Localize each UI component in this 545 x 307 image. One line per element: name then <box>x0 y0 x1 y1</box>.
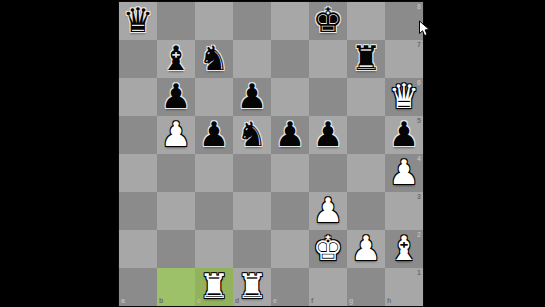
piece-black-knight[interactable]: ♞ <box>237 115 267 153</box>
rank-label-3: 3 <box>417 193 421 201</box>
square-e4[interactable] <box>271 154 309 192</box>
square-e3[interactable] <box>271 192 309 230</box>
square-b6[interactable]: ♟ <box>157 78 195 116</box>
square-g1[interactable]: g <box>347 268 385 306</box>
rank-label-1: 1 <box>417 269 421 277</box>
square-a4[interactable] <box>119 154 157 192</box>
square-d5[interactable]: ♞ <box>233 116 271 154</box>
square-g5[interactable] <box>347 116 385 154</box>
square-c1[interactable]: ♜c <box>195 268 233 306</box>
square-h5[interactable]: ♟5 <box>385 116 423 154</box>
square-d7[interactable] <box>233 40 271 78</box>
square-f6[interactable] <box>309 78 347 116</box>
square-h1[interactable]: 1h <box>385 268 423 306</box>
square-d2[interactable] <box>233 230 271 268</box>
square-f1[interactable]: f <box>309 268 347 306</box>
square-b1[interactable]: b <box>157 268 195 306</box>
square-b4[interactable] <box>157 154 195 192</box>
square-d8[interactable] <box>233 2 271 40</box>
square-f2[interactable]: ♚ <box>309 230 347 268</box>
square-a5[interactable] <box>119 116 157 154</box>
square-g7[interactable]: ♜ <box>347 40 385 78</box>
piece-black-pawn[interactable]: ♟ <box>237 77 267 115</box>
square-d1[interactable]: ♜d <box>233 268 271 306</box>
piece-white-rook[interactable]: ♜ <box>199 267 229 305</box>
rank-label-8: 8 <box>417 3 421 11</box>
square-c3[interactable] <box>195 192 233 230</box>
square-e1[interactable]: e <box>271 268 309 306</box>
square-e2[interactable] <box>271 230 309 268</box>
square-f5[interactable]: ♟ <box>309 116 347 154</box>
piece-white-pawn[interactable]: ♟ <box>389 153 419 191</box>
square-c7[interactable]: ♞ <box>195 40 233 78</box>
square-a2[interactable] <box>119 230 157 268</box>
square-b7[interactable]: ♝ <box>157 40 195 78</box>
file-label-e: e <box>273 297 277 305</box>
file-label-b: b <box>159 297 163 305</box>
square-a3[interactable] <box>119 192 157 230</box>
square-f8[interactable]: ♚ <box>309 2 347 40</box>
square-g2[interactable]: ♟ <box>347 230 385 268</box>
piece-white-queen[interactable]: ♛ <box>389 77 419 115</box>
square-a8[interactable]: ♛ <box>119 2 157 40</box>
square-c8[interactable] <box>195 2 233 40</box>
square-b3[interactable] <box>157 192 195 230</box>
square-f7[interactable] <box>309 40 347 78</box>
piece-white-bishop[interactable]: ♝ <box>389 229 419 267</box>
square-b5[interactable]: ♟ <box>157 116 195 154</box>
file-label-g: g <box>349 297 353 305</box>
square-h6[interactable]: ♛6 <box>385 78 423 116</box>
piece-black-pawn[interactable]: ♟ <box>199 115 229 153</box>
piece-black-pawn[interactable]: ♟ <box>161 77 191 115</box>
square-d3[interactable] <box>233 192 271 230</box>
square-e7[interactable] <box>271 40 309 78</box>
square-e8[interactable] <box>271 2 309 40</box>
square-h7[interactable]: 7 <box>385 40 423 78</box>
square-g6[interactable] <box>347 78 385 116</box>
piece-black-bishop[interactable]: ♝ <box>161 39 191 77</box>
square-b8[interactable] <box>157 2 195 40</box>
piece-black-knight[interactable]: ♞ <box>199 39 229 77</box>
file-label-a: a <box>121 297 125 305</box>
piece-black-pawn[interactable]: ♟ <box>313 115 343 153</box>
piece-white-pawn[interactable]: ♟ <box>351 229 381 267</box>
square-f4[interactable] <box>309 154 347 192</box>
square-a7[interactable] <box>119 40 157 78</box>
piece-black-pawn[interactable]: ♟ <box>389 115 419 153</box>
square-g3[interactable] <box>347 192 385 230</box>
piece-white-king[interactable]: ♚ <box>313 229 343 267</box>
piece-white-pawn[interactable]: ♟ <box>313 191 343 229</box>
square-g8[interactable] <box>347 2 385 40</box>
square-a6[interactable] <box>119 78 157 116</box>
piece-black-rook[interactable]: ♜ <box>351 39 381 77</box>
square-a1[interactable]: a <box>119 268 157 306</box>
square-b2[interactable] <box>157 230 195 268</box>
letterboxed-background: ♛♚8♝♞♜7♟♟♛6♟♟♞♟♟♟5♟4♟3♚♟♝2ab♜c♜defg1h <box>0 0 545 307</box>
piece-black-king[interactable]: ♚ <box>313 1 343 39</box>
rank-label-7: 7 <box>417 41 421 49</box>
square-h2[interactable]: ♝2 <box>385 230 423 268</box>
square-d6[interactable]: ♟ <box>233 78 271 116</box>
square-c6[interactable] <box>195 78 233 116</box>
square-e5[interactable]: ♟ <box>271 116 309 154</box>
square-e6[interactable] <box>271 78 309 116</box>
square-d4[interactable] <box>233 154 271 192</box>
square-c5[interactable]: ♟ <box>195 116 233 154</box>
file-label-h: h <box>387 297 391 305</box>
piece-white-pawn[interactable]: ♟ <box>161 115 191 153</box>
piece-black-pawn[interactable]: ♟ <box>275 115 305 153</box>
square-f3[interactable]: ♟ <box>309 192 347 230</box>
square-c2[interactable] <box>195 230 233 268</box>
square-h4[interactable]: ♟4 <box>385 154 423 192</box>
square-h8[interactable]: 8 <box>385 2 423 40</box>
square-g4[interactable] <box>347 154 385 192</box>
piece-black-queen[interactable]: ♛ <box>123 1 153 39</box>
file-label-f: f <box>311 297 313 305</box>
square-h3[interactable]: 3 <box>385 192 423 230</box>
chess-board[interactable]: ♛♚8♝♞♜7♟♟♛6♟♟♞♟♟♟5♟4♟3♚♟♝2ab♜c♜defg1h <box>119 2 423 306</box>
square-c4[interactable] <box>195 154 233 192</box>
piece-white-rook[interactable]: ♜ <box>237 267 267 305</box>
